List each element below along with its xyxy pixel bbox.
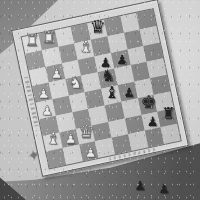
board-squares [22,9,181,168]
square-h1[interactable] [161,124,181,144]
chess-photo: ♜♜♛♝♟♟♟♟♞♞♟♝♟♚♝♟♛♟♜♟ ✦ ♟♟ [0,0,200,200]
corner-star-emblem: ✦ [23,145,46,168]
